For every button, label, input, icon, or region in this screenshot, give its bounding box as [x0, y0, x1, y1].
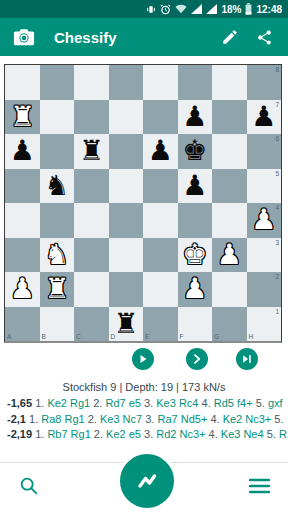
square-g5[interactable]	[212, 169, 247, 204]
move-number: 2.	[85, 413, 100, 425]
black-pawn-piece: ♟	[182, 100, 207, 135]
white-pawn-piece: ♟	[251, 203, 276, 238]
white-pawn-piece: ♟	[10, 272, 35, 307]
square-e1[interactable]: E	[143, 307, 178, 342]
black-pawn-piece: ♟	[148, 134, 173, 169]
rank-label: 2	[275, 273, 279, 280]
square-f4[interactable]	[178, 203, 213, 238]
square-d1[interactable]: ♜D	[109, 307, 144, 342]
square-d6[interactable]	[109, 134, 144, 169]
status-bar: 18% 12:48	[0, 0, 288, 18]
square-a6[interactable]: ♟	[5, 134, 40, 169]
black-pawn-piece: ♟	[10, 134, 35, 169]
move-text: Ke2 Nc3+	[223, 413, 272, 425]
square-b2[interactable]: ♜	[40, 272, 75, 307]
square-b5[interactable]: ♞	[40, 169, 75, 204]
square-d2[interactable]	[109, 272, 144, 307]
app-bar: Chessify	[0, 18, 288, 56]
move-text: Ke3 Ne4	[221, 428, 264, 440]
file-label: D	[111, 333, 116, 340]
square-f3[interactable]: ♚	[178, 238, 213, 273]
app-title: Chessify	[54, 29, 117, 46]
alarm-icon	[160, 4, 171, 15]
move-number: 4.	[206, 428, 221, 440]
square-g2[interactable]	[212, 272, 247, 307]
vibrate-icon	[146, 4, 156, 15]
menu-icon[interactable]	[249, 478, 270, 498]
move-number: 3.	[141, 397, 156, 409]
square-e6[interactable]: ♟	[143, 134, 178, 169]
white-pawn-piece: ♟	[217, 238, 242, 273]
rank-label: 8	[275, 66, 279, 73]
white-pawn-piece: ♟	[182, 272, 207, 307]
file-label: B	[42, 333, 46, 340]
square-f1[interactable]: F	[178, 307, 213, 342]
square-h4[interactable]: ♟4	[247, 203, 282, 238]
analysis-fab[interactable]	[117, 451, 177, 511]
eval-score: -2,19	[7, 428, 32, 440]
file-label: F	[180, 333, 184, 340]
square-e3[interactable]	[143, 238, 178, 273]
analysis-line-3[interactable]: -2,19 1. Rb7 Rg1 2. Ke2 e5 3. Rd2 Nc3+ 4…	[7, 427, 288, 443]
square-h6[interactable]: 6	[247, 134, 282, 169]
eval-score: -2,1	[7, 413, 26, 425]
move-number: 1.	[32, 428, 47, 440]
rank-label: 4	[275, 204, 279, 211]
square-h2[interactable]: 2	[247, 272, 282, 307]
move-text: R	[279, 428, 287, 440]
move-number: 5.	[264, 428, 279, 440]
move-number: 2.	[90, 397, 105, 409]
square-b3[interactable]: ♞	[40, 238, 75, 273]
square-e8[interactable]	[143, 65, 178, 100]
square-g7[interactable]	[212, 100, 247, 135]
move-text: Ke3 Rc4	[156, 397, 198, 409]
move-number: 3.	[142, 413, 157, 425]
search-icon[interactable]	[18, 475, 40, 501]
square-d5[interactable]	[109, 169, 144, 204]
square-b1[interactable]: B	[40, 307, 75, 342]
signal-icon	[206, 4, 217, 14]
rank-label: 3	[275, 239, 279, 246]
square-d3[interactable]	[109, 238, 144, 273]
move-text: Rd7 e5	[105, 397, 140, 409]
square-f5[interactable]: ♟	[178, 169, 213, 204]
square-e4[interactable]	[143, 203, 178, 238]
move-number: 2.	[91, 428, 106, 440]
square-h5[interactable]: 5	[247, 169, 282, 204]
rank-label: 7	[275, 101, 279, 108]
edit-pencil-icon[interactable]	[216, 23, 244, 51]
move-text: Rd5 f4+	[214, 397, 253, 409]
move-number: 4.	[207, 413, 222, 425]
square-c7[interactable]	[74, 100, 109, 135]
move-text: gxf	[268, 397, 283, 409]
move-number: 5.	[271, 413, 283, 425]
square-c8[interactable]	[74, 65, 109, 100]
square-a4[interactable]	[5, 203, 40, 238]
board-wrap: 8♜♟♟7♟♜♟♚6♞♟5♟4♞♚♟3♟♜♟2ABC♜DEFG1H	[4, 64, 282, 343]
white-knight-piece: ♞	[44, 238, 69, 273]
black-pawn-piece: ♟	[251, 100, 276, 135]
play-button[interactable]	[132, 348, 154, 370]
square-e7[interactable]	[143, 100, 178, 135]
square-a8[interactable]	[5, 65, 40, 100]
square-b6[interactable]	[40, 134, 75, 169]
move-text: Ra8 Rg1	[41, 413, 84, 425]
black-pawn-piece: ♟	[182, 169, 207, 204]
square-g1[interactable]: G	[212, 307, 247, 342]
square-c6[interactable]: ♜	[74, 134, 109, 169]
square-a1[interactable]: A	[5, 307, 40, 342]
square-d8[interactable]	[109, 65, 144, 100]
move-number: 1.	[32, 397, 47, 409]
chess-board[interactable]: 8♜♟♟7♟♜♟♚6♞♟5♟4♞♚♟3♟♜♟2ABC♜DEFG1H	[4, 64, 282, 343]
square-d7[interactable]	[109, 100, 144, 135]
signal-icon	[191, 4, 202, 14]
file-label: A	[7, 333, 11, 340]
move-text: Rb7 Rg1	[47, 428, 90, 440]
black-king-piece: ♚	[182, 134, 207, 169]
square-f7[interactable]: ♟	[178, 100, 213, 135]
engine-status: Stockfish 9 | Depth: 19 | 173 kN/s	[0, 381, 288, 393]
rank-label: 1	[275, 308, 279, 315]
square-g6[interactable]	[212, 134, 247, 169]
square-a5[interactable]	[5, 169, 40, 204]
black-knight-piece: ♞	[44, 169, 69, 204]
square-a7[interactable]: ♜	[5, 100, 40, 135]
move-number: 1.	[26, 413, 41, 425]
analysis-lines: -1,65 1. Ke2 Rg1 2. Rd7 e5 3. Ke3 Rc4 4.…	[0, 396, 288, 443]
white-rook-piece: ♜	[10, 100, 35, 135]
wifi-icon	[175, 4, 187, 14]
square-h1[interactable]: 1H	[247, 307, 282, 342]
rank-label: 6	[275, 135, 279, 142]
square-g4[interactable]	[212, 203, 247, 238]
file-label: E	[145, 333, 149, 340]
file-label: C	[76, 333, 81, 340]
square-a2[interactable]: ♟	[5, 272, 40, 307]
move-number: 5.	[253, 397, 268, 409]
move-number: 4.	[198, 397, 213, 409]
square-c1[interactable]: C	[74, 307, 109, 342]
move-number: 3.	[141, 428, 156, 440]
white-rook-piece: ♜	[44, 272, 69, 307]
skip-to-end-button[interactable]	[236, 348, 258, 370]
playback-controls	[0, 348, 288, 374]
square-d4[interactable]	[109, 203, 144, 238]
square-b8[interactable]	[40, 65, 75, 100]
clock-time: 12:48	[256, 4, 282, 15]
square-e2[interactable]	[143, 272, 178, 307]
square-c5[interactable]	[74, 169, 109, 204]
battery-percent: 18%	[221, 4, 241, 15]
square-b7[interactable]	[40, 100, 75, 135]
square-c2[interactable]	[74, 272, 109, 307]
rank-label: 5	[275, 170, 279, 177]
camera-icon[interactable]	[10, 23, 38, 51]
file-label: H	[249, 333, 254, 340]
move-text: Rd2 Nc3+	[156, 428, 205, 440]
share-icon[interactable]	[250, 23, 278, 51]
square-a3[interactable]	[5, 238, 40, 273]
eval-score: -1,65	[7, 397, 32, 409]
square-e5[interactable]	[143, 169, 178, 204]
move-text: Ra7 Nd5+	[157, 413, 207, 425]
square-c3[interactable]	[74, 238, 109, 273]
square-b4[interactable]	[40, 203, 75, 238]
square-f2[interactable]: ♟	[178, 272, 213, 307]
black-rook-piece: ♜	[113, 307, 138, 342]
next-move-button[interactable]	[186, 348, 208, 370]
move-text: Ke3 Nc7	[100, 413, 142, 425]
square-c4[interactable]	[74, 203, 109, 238]
analysis-line-1[interactable]: -1,65 1. Ke2 Rg1 2. Rd7 e5 3. Ke3 Rc4 4.…	[7, 396, 288, 412]
move-text: Ke2 e5	[106, 428, 141, 440]
file-label: G	[214, 333, 219, 340]
square-h3[interactable]: 3	[247, 238, 282, 273]
move-text: Ke2 Rg1	[47, 397, 90, 409]
square-g3[interactable]: ♟	[212, 238, 247, 273]
square-f8[interactable]	[178, 65, 213, 100]
white-king-piece: ♚	[182, 238, 207, 273]
square-h8[interactable]: 8	[247, 65, 282, 100]
square-g8[interactable]	[212, 65, 247, 100]
analysis-line-2[interactable]: -2,1 1. Ra8 Rg1 2. Ke3 Nc7 3. Ra7 Nd5+ 4…	[7, 412, 288, 428]
black-rook-piece: ♜	[79, 134, 104, 169]
square-h7[interactable]: ♟7	[247, 100, 282, 135]
square-f6[interactable]: ♚	[178, 134, 213, 169]
battery-icon	[245, 3, 252, 15]
